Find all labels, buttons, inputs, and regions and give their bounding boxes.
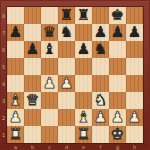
white-rook-a1: ♜: [9, 126, 22, 143]
square-c4[interactable]: ♟: [41, 75, 58, 92]
square-c6[interactable]: ♝: [41, 41, 58, 58]
square-d4[interactable]: ♟: [58, 75, 75, 92]
square-d7[interactable]: ♞: [58, 24, 75, 41]
black-knight-d7: ♞: [60, 24, 73, 41]
file-label-e: e: [75, 143, 92, 150]
square-a7[interactable]: ♟: [7, 24, 24, 41]
square-g6[interactable]: [109, 41, 126, 58]
square-d2[interactable]: [58, 109, 75, 126]
black-knight-f6: ♞: [94, 41, 107, 58]
rank-label-4: 4: [0, 75, 7, 92]
square-g4[interactable]: [109, 75, 126, 92]
black-bishop-c6: ♝: [43, 41, 56, 58]
square-f6[interactable]: ♞: [92, 41, 109, 58]
file-label-f: f: [92, 143, 109, 150]
square-h3[interactable]: [126, 92, 143, 109]
white-knight-f3: ♞: [94, 92, 107, 109]
white-rook-e1: ♜: [77, 126, 90, 143]
square-b6[interactable]: ♟: [24, 41, 41, 58]
square-e8[interactable]: ♜: [75, 7, 92, 24]
rank-label-3: 3: [0, 92, 7, 109]
rank-coordinates: 87654321: [0, 7, 7, 143]
square-d3[interactable]: [58, 92, 75, 109]
square-a1[interactable]: ♜: [7, 126, 24, 143]
black-rook-d8: ♜: [60, 7, 73, 24]
square-a5[interactable]: [7, 58, 24, 75]
square-b3[interactable]: ♛: [24, 92, 41, 109]
white-queen-b3: ♛: [26, 92, 39, 109]
file-label-c: c: [41, 143, 58, 150]
rank-label-2: 2: [0, 109, 7, 126]
file-label-a: a: [7, 143, 24, 150]
square-g3[interactable]: [109, 92, 126, 109]
square-b7[interactable]: [24, 24, 41, 41]
white-pawn-h2: ♟: [128, 109, 141, 126]
rank-label-8: 8: [0, 7, 7, 24]
square-e1[interactable]: ♜: [75, 126, 92, 143]
square-a8[interactable]: [7, 7, 24, 24]
white-bishop-e2: ♝: [77, 109, 90, 126]
square-d8[interactable]: ♜: [58, 7, 75, 24]
square-b5[interactable]: [24, 58, 41, 75]
square-c1[interactable]: [41, 126, 58, 143]
square-g8[interactable]: ♚: [109, 7, 126, 24]
square-b2[interactable]: [24, 109, 41, 126]
white-pawn-f2: ♟: [94, 109, 107, 126]
square-f3[interactable]: ♞: [92, 92, 109, 109]
white-king-g1: ♚: [111, 126, 124, 143]
white-pawn-g2: ♟: [111, 109, 124, 126]
black-pawn-h7: ♟: [128, 24, 141, 41]
square-c5[interactable]: [41, 58, 58, 75]
square-c8[interactable]: [41, 7, 58, 24]
square-e7[interactable]: [75, 24, 92, 41]
square-f4[interactable]: [92, 75, 109, 92]
square-b1[interactable]: [24, 126, 41, 143]
black-king-g8: ♚: [111, 7, 124, 24]
square-f7[interactable]: ♟: [92, 24, 109, 41]
square-h2[interactable]: ♟: [126, 109, 143, 126]
square-e5[interactable]: [75, 58, 92, 75]
square-f8[interactable]: [92, 7, 109, 24]
rank-label-6: 6: [0, 41, 7, 58]
square-f2[interactable]: ♟: [92, 109, 109, 126]
square-a6[interactable]: [7, 41, 24, 58]
black-queen-c7: ♛: [43, 24, 56, 41]
black-rook-e8: ♜: [77, 7, 90, 24]
square-a4[interactable]: [7, 75, 24, 92]
square-h5[interactable]: [126, 58, 143, 75]
square-h4[interactable]: [126, 75, 143, 92]
square-h6[interactable]: [126, 41, 143, 58]
square-d6[interactable]: [58, 41, 75, 58]
black-pawn-a7: ♟: [9, 24, 22, 41]
square-g2[interactable]: ♟: [109, 109, 126, 126]
white-pawn-c4: ♟: [43, 75, 56, 92]
square-a3[interactable]: ♝: [7, 92, 24, 109]
square-b4[interactable]: [24, 75, 41, 92]
black-pawn-g7: ♟: [111, 24, 124, 41]
square-b8[interactable]: [24, 7, 41, 24]
square-e2[interactable]: ♝: [75, 109, 92, 126]
square-a2[interactable]: ♟: [7, 109, 24, 126]
file-coordinates: abcdefgh: [7, 143, 143, 150]
square-h7[interactable]: ♟: [126, 24, 143, 41]
square-g7[interactable]: ♟: [109, 24, 126, 41]
square-d1[interactable]: [58, 126, 75, 143]
square-h1[interactable]: [126, 126, 143, 143]
board-grid: ♜♜♚♟♛♞♟♟♟♟♝♟♞♟♟♝♛♞♟♝♟♟♟♜♜♚: [7, 7, 143, 143]
white-pawn-a2: ♟: [9, 109, 22, 126]
square-h8[interactable]: [126, 7, 143, 24]
black-pawn-e6: ♟: [77, 41, 90, 58]
square-c2[interactable]: [41, 109, 58, 126]
file-label-h: h: [126, 143, 143, 150]
square-f5[interactable]: [92, 58, 109, 75]
square-e4[interactable]: [75, 75, 92, 92]
square-c7[interactable]: ♛: [41, 24, 58, 41]
square-g1[interactable]: ♚: [109, 126, 126, 143]
rank-label-5: 5: [0, 58, 7, 75]
file-label-b: b: [24, 143, 41, 150]
file-label-g: g: [109, 143, 126, 150]
chess-board: 87654321 abcdefgh ♜♜♚♟♛♞♟♟♟♟♝♟♞♟♟♝♛♞♟♝♟♟…: [0, 0, 150, 150]
square-e3[interactable]: [75, 92, 92, 109]
white-bishop-a3: ♝: [9, 92, 22, 109]
black-pawn-b6: ♟: [26, 41, 39, 58]
square-e6[interactable]: ♟: [75, 41, 92, 58]
square-c3[interactable]: [41, 92, 58, 109]
square-f1[interactable]: [92, 126, 109, 143]
black-pawn-f7: ♟: [94, 24, 107, 41]
rank-label-1: 1: [0, 126, 7, 143]
file-label-d: d: [58, 143, 75, 150]
rank-label-7: 7: [0, 24, 7, 41]
square-d5[interactable]: [58, 58, 75, 75]
square-g5[interactable]: [109, 58, 126, 75]
white-pawn-d4: ♟: [60, 75, 73, 92]
